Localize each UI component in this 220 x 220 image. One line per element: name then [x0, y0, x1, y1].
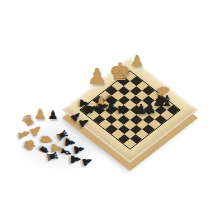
chess-set-product-photo: ♟♚♟♟♞♟♟♟♝♟♟♟♜♟♟♟♟♛♝♟♚♞♟♟♟♜♟♟♝♜♟♟♞ — [0, 0, 220, 220]
